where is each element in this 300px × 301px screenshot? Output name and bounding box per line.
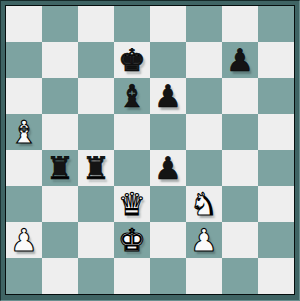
piece-black-rook[interactable]: ♜: [46, 153, 74, 184]
square-d5[interactable]: [114, 114, 150, 150]
piece-white-knight[interactable]: ♞: [190, 189, 218, 220]
square-d4[interactable]: [114, 150, 150, 186]
square-a6[interactable]: [6, 78, 42, 114]
piece-black-pawn[interactable]: ♟: [154, 153, 182, 184]
piece-white-king[interactable]: ♚: [118, 225, 146, 256]
square-e3[interactable]: [150, 186, 186, 222]
square-c3[interactable]: [78, 186, 114, 222]
square-h5[interactable]: [258, 114, 294, 150]
square-c1[interactable]: [78, 258, 114, 294]
square-g3[interactable]: [222, 186, 258, 222]
piece-black-pawn[interactable]: ♟: [154, 81, 182, 112]
square-e4[interactable]: ♟: [150, 150, 186, 186]
square-g6[interactable]: [222, 78, 258, 114]
square-h7[interactable]: [258, 42, 294, 78]
square-g8[interactable]: [222, 6, 258, 42]
square-f6[interactable]: [186, 78, 222, 114]
square-c7[interactable]: [78, 42, 114, 78]
square-b1[interactable]: [42, 258, 78, 294]
piece-white-pawn[interactable]: ♟: [190, 225, 218, 256]
square-b8[interactable]: [42, 6, 78, 42]
square-a8[interactable]: [6, 6, 42, 42]
square-g7[interactable]: ♟: [222, 42, 258, 78]
square-h4[interactable]: [258, 150, 294, 186]
chess-board-frame: ♚♟♝♟♝♜♜♟♛♞♟♚♟: [0, 0, 300, 301]
square-e5[interactable]: [150, 114, 186, 150]
square-c6[interactable]: [78, 78, 114, 114]
square-e8[interactable]: [150, 6, 186, 42]
square-f7[interactable]: [186, 42, 222, 78]
square-f8[interactable]: [186, 6, 222, 42]
square-f1[interactable]: [186, 258, 222, 294]
square-a1[interactable]: [6, 258, 42, 294]
piece-black-bishop[interactable]: ♝: [118, 81, 146, 112]
square-d7[interactable]: ♚: [114, 42, 150, 78]
square-b2[interactable]: [42, 222, 78, 258]
square-d3[interactable]: ♛: [114, 186, 150, 222]
square-g5[interactable]: [222, 114, 258, 150]
square-e2[interactable]: [150, 222, 186, 258]
square-e1[interactable]: [150, 258, 186, 294]
piece-black-pawn[interactable]: ♟: [226, 45, 254, 76]
square-d2[interactable]: ♚: [114, 222, 150, 258]
square-d8[interactable]: [114, 6, 150, 42]
square-b3[interactable]: [42, 186, 78, 222]
square-f3[interactable]: ♞: [186, 186, 222, 222]
square-g1[interactable]: [222, 258, 258, 294]
square-h3[interactable]: [258, 186, 294, 222]
square-b5[interactable]: [42, 114, 78, 150]
square-d6[interactable]: ♝: [114, 78, 150, 114]
square-h8[interactable]: [258, 6, 294, 42]
square-b6[interactable]: [42, 78, 78, 114]
piece-white-pawn[interactable]: ♟: [10, 225, 38, 256]
square-g2[interactable]: [222, 222, 258, 258]
square-f5[interactable]: [186, 114, 222, 150]
square-a5[interactable]: ♝: [6, 114, 42, 150]
square-g4[interactable]: [222, 150, 258, 186]
piece-black-rook[interactable]: ♜: [82, 153, 110, 184]
piece-white-bishop[interactable]: ♝: [10, 117, 38, 148]
square-c5[interactable]: [78, 114, 114, 150]
square-f4[interactable]: [186, 150, 222, 186]
square-c4[interactable]: ♜: [78, 150, 114, 186]
square-a2[interactable]: ♟: [6, 222, 42, 258]
square-e7[interactable]: [150, 42, 186, 78]
square-a3[interactable]: [6, 186, 42, 222]
piece-black-king[interactable]: ♚: [118, 45, 146, 76]
piece-white-queen[interactable]: ♛: [118, 189, 146, 220]
square-h2[interactable]: [258, 222, 294, 258]
square-d1[interactable]: [114, 258, 150, 294]
chess-board: ♚♟♝♟♝♜♜♟♛♞♟♚♟: [5, 5, 295, 295]
square-b4[interactable]: ♜: [42, 150, 78, 186]
square-a4[interactable]: [6, 150, 42, 186]
square-a7[interactable]: [6, 42, 42, 78]
square-f2[interactable]: ♟: [186, 222, 222, 258]
square-h6[interactable]: [258, 78, 294, 114]
square-b7[interactable]: [42, 42, 78, 78]
square-e6[interactable]: ♟: [150, 78, 186, 114]
square-c8[interactable]: [78, 6, 114, 42]
square-c2[interactable]: [78, 222, 114, 258]
square-h1[interactable]: [258, 258, 294, 294]
